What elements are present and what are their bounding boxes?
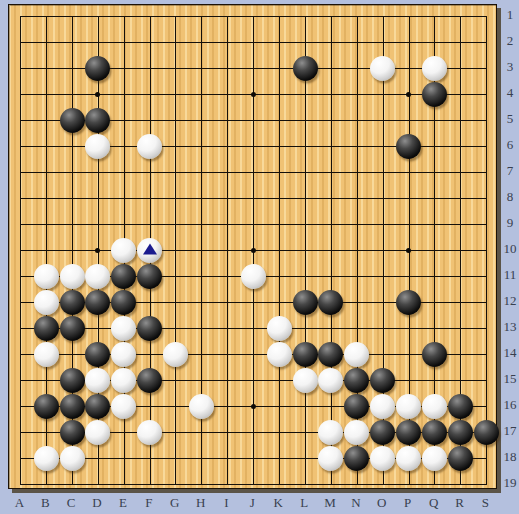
white-stone — [34, 290, 59, 315]
black-stone — [293, 290, 318, 315]
row-label: 19 — [501, 470, 519, 496]
white-stone — [370, 394, 395, 419]
column-label: C — [58, 495, 84, 511]
go-app-window: ABCDEFGHIJKLMNOPQRS 12345678910111213141… — [0, 0, 519, 514]
row-label: 9 — [501, 210, 519, 236]
white-stone — [137, 238, 162, 263]
white-stone — [267, 342, 292, 367]
column-label: J — [239, 495, 265, 511]
column-label: F — [136, 495, 162, 511]
black-stone — [448, 394, 473, 419]
black-stone — [137, 316, 162, 341]
row-label: 3 — [501, 54, 519, 80]
row-label: 6 — [501, 132, 519, 158]
black-stone — [448, 420, 473, 445]
white-stone — [34, 264, 59, 289]
white-stone — [344, 420, 369, 445]
column-label: N — [343, 495, 369, 511]
white-stone — [34, 342, 59, 367]
black-stone — [370, 420, 395, 445]
white-stone — [111, 238, 136, 263]
white-stone — [318, 368, 343, 393]
black-stone — [60, 108, 85, 133]
row-label: 12 — [501, 288, 519, 314]
row-labels: 12345678910111213141516171819 — [501, 2, 519, 496]
black-stone — [85, 290, 110, 315]
row-label: 4 — [501, 80, 519, 106]
white-stone — [85, 420, 110, 445]
white-stone — [163, 342, 188, 367]
white-stone — [85, 368, 110, 393]
black-stone — [344, 368, 369, 393]
black-stone — [370, 368, 395, 393]
row-label: 8 — [501, 184, 519, 210]
black-stone — [137, 368, 162, 393]
white-stone — [111, 316, 136, 341]
black-stone — [85, 342, 110, 367]
black-stone — [60, 316, 85, 341]
row-label: 14 — [501, 340, 519, 366]
black-stone — [318, 342, 343, 367]
white-stone — [60, 446, 85, 471]
stone-layer — [7, 3, 499, 497]
white-stone — [318, 446, 343, 471]
black-stone — [293, 56, 318, 81]
row-label: 5 — [501, 106, 519, 132]
white-stone — [34, 446, 59, 471]
white-stone — [396, 394, 421, 419]
column-label: S — [472, 495, 498, 511]
white-stone — [370, 56, 395, 81]
row-label: 1 — [501, 2, 519, 28]
column-label: Q — [421, 495, 447, 511]
white-stone — [137, 420, 162, 445]
black-stone — [344, 446, 369, 471]
white-stone — [189, 394, 214, 419]
black-stone — [60, 368, 85, 393]
black-stone — [293, 342, 318, 367]
black-stone — [111, 290, 136, 315]
white-stone — [370, 446, 395, 471]
column-label: H — [188, 495, 214, 511]
black-stone — [422, 342, 447, 367]
white-stone — [422, 56, 447, 81]
column-label: O — [369, 495, 395, 511]
white-stone — [111, 342, 136, 367]
black-stone — [344, 394, 369, 419]
column-label: I — [214, 495, 240, 511]
column-label: A — [6, 495, 32, 511]
white-stone — [318, 420, 343, 445]
black-stone — [396, 420, 421, 445]
column-label: E — [110, 495, 136, 511]
row-label: 13 — [501, 314, 519, 340]
white-stone — [293, 368, 318, 393]
row-label: 16 — [501, 392, 519, 418]
white-stone — [396, 446, 421, 471]
row-label: 15 — [501, 366, 519, 392]
black-stone — [422, 82, 447, 107]
column-labels: ABCDEFGHIJKLMNOPQRS — [6, 495, 498, 511]
black-stone — [85, 56, 110, 81]
column-label: D — [84, 495, 110, 511]
black-stone — [85, 108, 110, 133]
column-label: L — [291, 495, 317, 511]
row-label: 17 — [501, 418, 519, 444]
white-stone — [241, 264, 266, 289]
black-stone — [60, 290, 85, 315]
white-stone — [60, 264, 85, 289]
white-stone — [344, 342, 369, 367]
column-label: G — [162, 495, 188, 511]
black-stone — [34, 316, 59, 341]
black-stone — [422, 420, 447, 445]
black-stone — [396, 290, 421, 315]
go-board[interactable] — [8, 4, 497, 489]
black-stone — [85, 394, 110, 419]
column-label: P — [395, 495, 421, 511]
row-label: 10 — [501, 236, 519, 262]
white-stone — [137, 134, 162, 159]
black-stone — [474, 420, 499, 445]
column-label: R — [447, 495, 473, 511]
black-stone — [60, 394, 85, 419]
black-stone — [111, 264, 136, 289]
column-label: M — [317, 495, 343, 511]
white-stone — [111, 394, 136, 419]
white-stone — [422, 446, 447, 471]
white-stone — [267, 316, 292, 341]
row-label: 7 — [501, 158, 519, 184]
black-stone — [318, 290, 343, 315]
row-label: 2 — [501, 28, 519, 54]
white-stone — [422, 394, 447, 419]
column-label: K — [265, 495, 291, 511]
white-stone — [85, 134, 110, 159]
black-stone — [60, 420, 85, 445]
black-stone — [396, 134, 421, 159]
last-move-triangle-marker — [143, 244, 157, 255]
white-stone — [111, 368, 136, 393]
black-stone — [448, 446, 473, 471]
row-label: 11 — [501, 262, 519, 288]
row-label: 18 — [501, 444, 519, 470]
column-label: B — [32, 495, 58, 511]
black-stone — [34, 394, 59, 419]
black-stone — [137, 264, 162, 289]
white-stone — [85, 264, 110, 289]
